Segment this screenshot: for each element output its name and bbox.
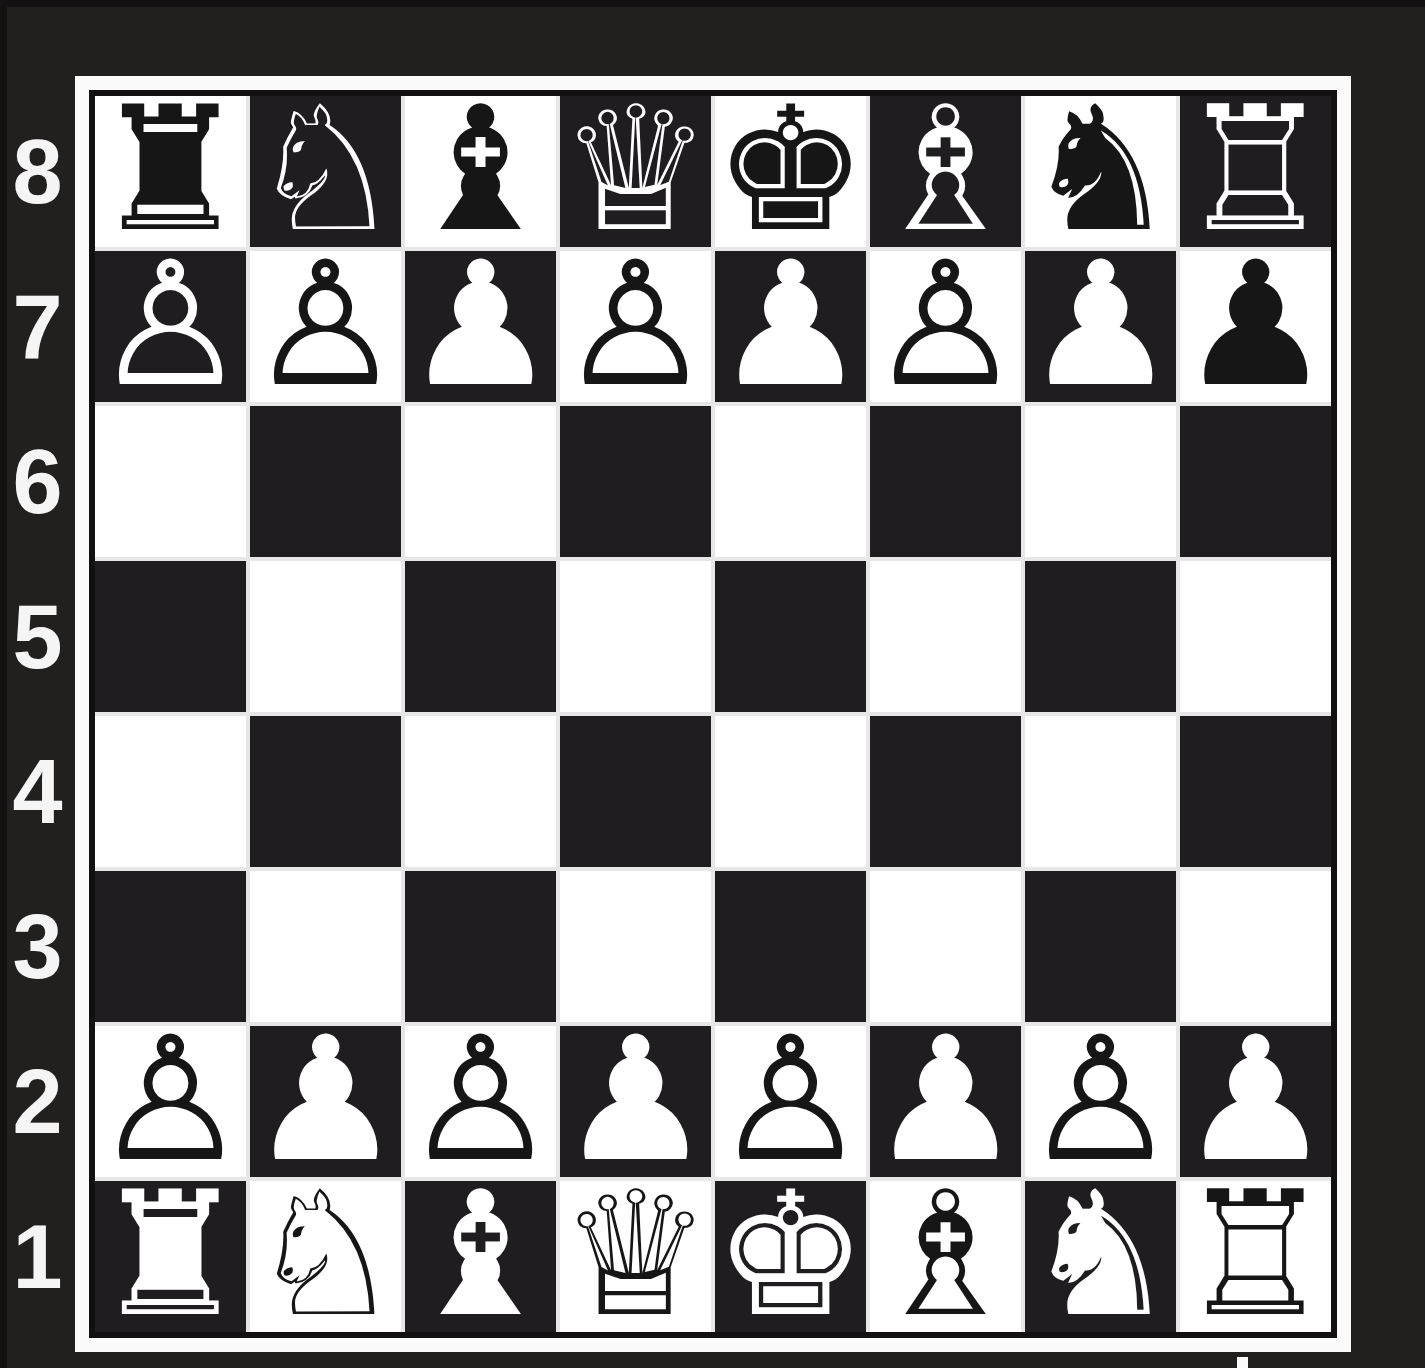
rank-label-5: 5: [0, 561, 75, 712]
square-c4[interactable]: [405, 716, 556, 867]
square-h1[interactable]: ♖: [1180, 1181, 1331, 1332]
square-c5[interactable]: [405, 561, 556, 712]
square-e6[interactable]: [715, 406, 866, 557]
rank-label-4: 4: [0, 716, 75, 867]
piece-black-pawn-a7[interactable]: ♙: [93, 239, 247, 411]
square-g4[interactable]: [1025, 716, 1176, 867]
square-h5[interactable]: [1180, 561, 1331, 712]
square-g1[interactable]: ♞: [1025, 1181, 1176, 1332]
square-b4[interactable]: [250, 716, 401, 867]
rank-label-3: 3: [0, 871, 75, 1022]
board-grid: ♜♘♝♕♚♗♞♖♙♙♟♙♟♙♟♟♙♟♙♟♙♟♙♟♜♘♝♕♚♗♞♖: [95, 96, 1331, 1332]
rank-label-1: 1: [0, 1181, 75, 1332]
square-d5[interactable]: [560, 561, 711, 712]
square-b7[interactable]: ♙: [250, 251, 401, 402]
square-f1[interactable]: ♗: [870, 1181, 1021, 1332]
piece-white-bishop-c1[interactable]: ♝: [403, 1169, 557, 1341]
piece-black-pawn-e7[interactable]: ♟: [713, 239, 867, 411]
square-b6[interactable]: [250, 406, 401, 557]
piece-white-rook-h1[interactable]: ♖: [1178, 1169, 1332, 1341]
piece-black-pawn-c7[interactable]: ♟: [403, 239, 557, 411]
chess-diagram: 87654321 ♜♘♝♕♚♗♞♖♙♙♟♙♟♙♟♟♙♟♙♟♙♟♙♟♜♘♝♕♚♗♞…: [0, 0, 1425, 1368]
square-b5[interactable]: [250, 561, 401, 712]
square-e1[interactable]: ♚: [715, 1181, 866, 1332]
square-e5[interactable]: [715, 561, 866, 712]
square-d7[interactable]: ♙: [560, 251, 711, 402]
square-a1[interactable]: ♜: [95, 1181, 246, 1332]
board: ♜♘♝♕♚♗♞♖♙♙♟♙♟♙♟♟♙♟♙♟♙♟♙♟♜♘♝♕♚♗♞♖: [75, 76, 1351, 1352]
square-e4[interactable]: [715, 716, 866, 867]
square-d1[interactable]: ♕: [560, 1181, 711, 1332]
square-f5[interactable]: [870, 561, 1021, 712]
watermark-artifact: [1237, 1357, 1248, 1368]
piece-white-knight-g1[interactable]: ♞: [1023, 1169, 1177, 1341]
rank-label-2: 2: [0, 1026, 75, 1177]
square-a7[interactable]: ♙: [95, 251, 246, 402]
edge-shade-top: [0, 0, 1425, 7]
square-c7[interactable]: ♟: [405, 251, 556, 402]
rank-label-7: 7: [0, 251, 75, 402]
square-c6[interactable]: [405, 406, 556, 557]
square-h4[interactable]: [1180, 716, 1331, 867]
piece-black-pawn-d7[interactable]: ♙: [558, 239, 712, 411]
piece-white-king-e1[interactable]: ♚: [713, 1169, 867, 1341]
square-f4[interactable]: [870, 716, 1021, 867]
square-d6[interactable]: [560, 406, 711, 557]
square-h7[interactable]: ♟: [1180, 251, 1331, 402]
piece-white-rook-a1[interactable]: ♜: [93, 1169, 247, 1341]
square-g7[interactable]: ♟: [1025, 251, 1176, 402]
piece-black-pawn-g7[interactable]: ♟: [1023, 239, 1177, 411]
square-a5[interactable]: [95, 561, 246, 712]
piece-black-pawn-f7[interactable]: ♙: [868, 239, 1022, 411]
square-g6[interactable]: [1025, 406, 1176, 557]
square-f7[interactable]: ♙: [870, 251, 1021, 402]
square-h6[interactable]: [1180, 406, 1331, 557]
square-a6[interactable]: [95, 406, 246, 557]
square-f6[interactable]: [870, 406, 1021, 557]
square-a4[interactable]: [95, 716, 246, 867]
rank-labels: 87654321: [0, 96, 75, 1336]
piece-white-bishop-f1[interactable]: ♗: [868, 1169, 1022, 1341]
square-e7[interactable]: ♟: [715, 251, 866, 402]
piece-black-pawn-b7[interactable]: ♙: [248, 239, 402, 411]
rank-label-6: 6: [0, 406, 75, 557]
piece-white-queen-d1[interactable]: ♕: [558, 1169, 712, 1341]
piece-black-pawn-h7[interactable]: ♟: [1178, 239, 1332, 411]
square-b1[interactable]: ♘: [250, 1181, 401, 1332]
square-g5[interactable]: [1025, 561, 1176, 712]
square-d4[interactable]: [560, 716, 711, 867]
piece-white-knight-b1[interactable]: ♘: [248, 1169, 402, 1341]
rank-label-8: 8: [0, 96, 75, 247]
square-c1[interactable]: ♝: [405, 1181, 556, 1332]
